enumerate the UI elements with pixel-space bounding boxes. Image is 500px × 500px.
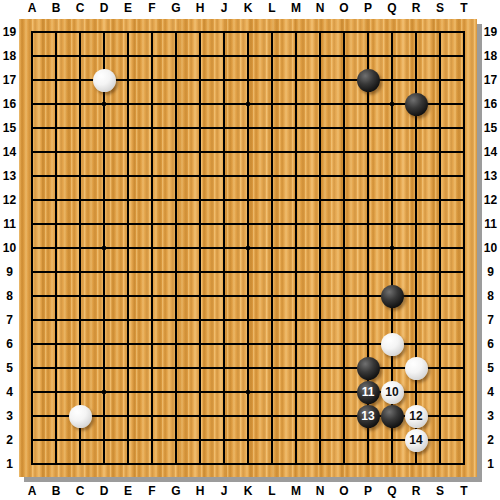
- stone-white-D17: [93, 69, 116, 92]
- col-label-top-S: S: [428, 0, 452, 17]
- row-label-right-6: 6: [481, 336, 500, 352]
- col-label-bottom-N: N: [308, 483, 332, 500]
- row-label-left-16: 16: [0, 96, 19, 112]
- col-label-top-L: L: [260, 0, 284, 17]
- row-label-right-2: 2: [481, 432, 500, 448]
- col-label-bottom-G: G: [164, 483, 188, 500]
- stone-black-P3-move-13: 13: [357, 405, 380, 428]
- row-label-right-12: 12: [481, 192, 500, 208]
- move-number-label: 10: [385, 386, 398, 398]
- col-label-top-T: T: [452, 0, 476, 17]
- go-board-diagram: ABCDEFGHJKLMNOPQRST ABCDEFGHJKLMNOPQRST …: [0, 0, 500, 500]
- move-number-label: 11: [362, 386, 375, 398]
- go-board[interactable]: 1110131214: [19, 19, 477, 477]
- row-label-left-11: 11: [0, 216, 19, 232]
- row-label-right-8: 8: [481, 288, 500, 304]
- stone-white-C3: [69, 405, 92, 428]
- row-label-left-7: 7: [0, 312, 19, 328]
- stone-black-P17: [357, 69, 380, 92]
- col-label-bottom-J: J: [212, 483, 236, 500]
- col-label-bottom-E: E: [116, 483, 140, 500]
- col-label-bottom-K: K: [236, 483, 260, 500]
- col-label-top-J: J: [212, 0, 236, 17]
- col-label-bottom-C: C: [68, 483, 92, 500]
- stone-white-Q6: [381, 333, 404, 356]
- row-label-right-3: 3: [481, 408, 500, 424]
- row-label-right-10: 10: [481, 240, 500, 256]
- row-label-left-3: 3: [0, 408, 19, 424]
- row-label-right-13: 13: [481, 168, 500, 184]
- stone-black-P5: [357, 357, 380, 380]
- col-label-top-F: F: [140, 0, 164, 17]
- row-label-left-2: 2: [0, 432, 19, 448]
- row-label-right-1: 1: [481, 456, 500, 472]
- row-label-left-5: 5: [0, 360, 19, 376]
- move-number-label: 14: [409, 434, 422, 446]
- col-label-top-D: D: [92, 0, 116, 17]
- col-label-top-R: R: [404, 0, 428, 17]
- col-label-top-G: G: [164, 0, 188, 17]
- row-label-left-19: 19: [0, 24, 19, 40]
- row-label-left-1: 1: [0, 456, 19, 472]
- col-label-bottom-A: A: [20, 483, 44, 500]
- row-label-left-17: 17: [0, 72, 19, 88]
- stone-black-P4-move-11: 11: [357, 381, 380, 404]
- col-label-bottom-T: T: [452, 483, 476, 500]
- row-label-right-4: 4: [481, 384, 500, 400]
- row-label-left-6: 6: [0, 336, 19, 352]
- stone-black-R16: [405, 93, 428, 116]
- col-label-bottom-S: S: [428, 483, 452, 500]
- col-label-bottom-Q: Q: [380, 483, 404, 500]
- col-label-bottom-B: B: [44, 483, 68, 500]
- row-label-right-18: 18: [481, 48, 500, 64]
- move-number-label: 13: [361, 410, 374, 422]
- col-label-top-O: O: [332, 0, 356, 17]
- col-label-top-Q: Q: [380, 0, 404, 17]
- col-label-bottom-H: H: [188, 483, 212, 500]
- col-label-bottom-P: P: [356, 483, 380, 500]
- row-label-left-9: 9: [0, 264, 19, 280]
- row-label-left-10: 10: [0, 240, 19, 256]
- col-label-bottom-D: D: [92, 483, 116, 500]
- row-label-right-11: 11: [481, 216, 500, 232]
- col-label-top-P: P: [356, 0, 380, 17]
- row-label-right-7: 7: [481, 312, 500, 328]
- row-label-right-15: 15: [481, 120, 500, 136]
- col-label-bottom-M: M: [284, 483, 308, 500]
- stone-white-R3-move-12: 12: [405, 405, 428, 428]
- stone-black-Q8: [381, 285, 404, 308]
- row-label-right-5: 5: [481, 360, 500, 376]
- move-number-label: 12: [409, 410, 422, 422]
- stone-white-Q4-move-10: 10: [381, 381, 404, 404]
- row-label-left-15: 15: [0, 120, 19, 136]
- col-label-bottom-F: F: [140, 483, 164, 500]
- row-label-left-13: 13: [0, 168, 19, 184]
- row-label-left-14: 14: [0, 144, 19, 160]
- col-label-top-E: E: [116, 0, 140, 17]
- stone-black-Q3: [381, 405, 404, 428]
- row-label-left-4: 4: [0, 384, 19, 400]
- col-label-top-A: A: [20, 0, 44, 17]
- stones-grid[interactable]: 1110131214: [20, 20, 476, 476]
- stone-white-R2-move-14: 14: [405, 429, 428, 452]
- col-label-bottom-L: L: [260, 483, 284, 500]
- row-label-right-17: 17: [481, 72, 500, 88]
- row-label-right-9: 9: [481, 264, 500, 280]
- col-label-top-C: C: [68, 0, 92, 17]
- col-label-top-N: N: [308, 0, 332, 17]
- row-label-left-12: 12: [0, 192, 19, 208]
- row-label-right-19: 19: [481, 24, 500, 40]
- row-label-left-8: 8: [0, 288, 19, 304]
- col-label-bottom-O: O: [332, 483, 356, 500]
- col-label-top-M: M: [284, 0, 308, 17]
- col-label-top-K: K: [236, 0, 260, 17]
- stone-white-R5: [405, 357, 428, 380]
- row-label-right-14: 14: [481, 144, 500, 160]
- col-label-top-B: B: [44, 0, 68, 17]
- row-label-right-16: 16: [481, 96, 500, 112]
- col-label-bottom-R: R: [404, 483, 428, 500]
- col-label-top-H: H: [188, 0, 212, 17]
- row-label-left-18: 18: [0, 48, 19, 64]
